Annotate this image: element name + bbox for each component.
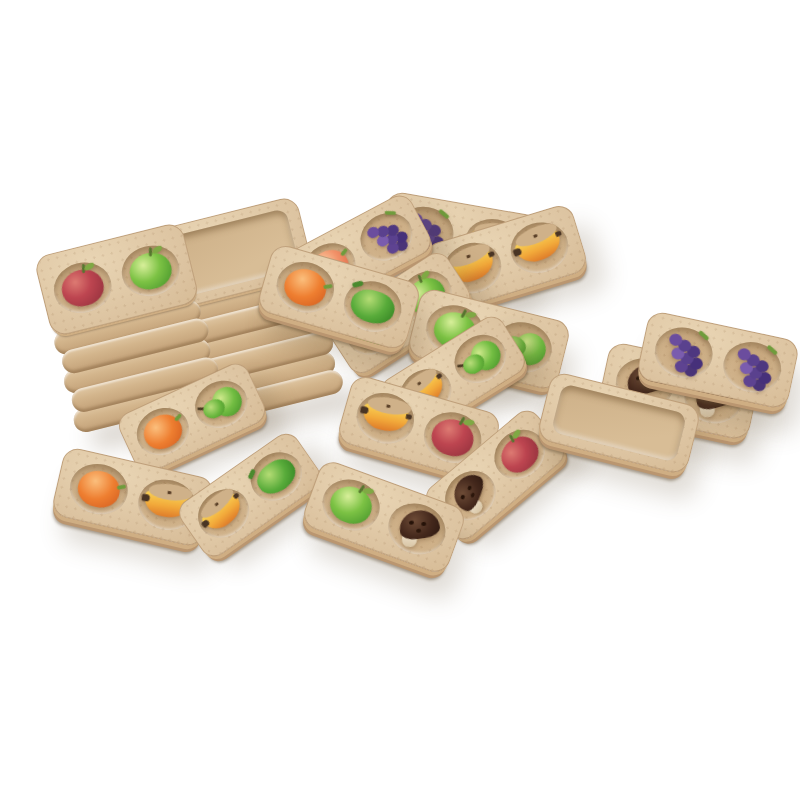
fruit-slot: [719, 337, 786, 398]
fruit-slot: [187, 372, 255, 436]
fruit-slot: [241, 442, 311, 510]
grapes-icon: [359, 211, 414, 263]
green-pear-icon: [453, 332, 508, 386]
fruit-slot: [504, 215, 574, 280]
fruit-slot: [129, 399, 197, 463]
red-apple-icon: [56, 263, 110, 313]
fruit-slot: [271, 255, 341, 319]
grapes-icon: [657, 328, 710, 377]
green-apple-icon: [323, 478, 380, 531]
orange-icon: [278, 262, 333, 313]
grapes-icon: [726, 343, 779, 392]
fruit-slot: [65, 458, 133, 520]
green-apple-icon: [123, 246, 177, 296]
banana-icon: [196, 486, 252, 540]
fruit-slot: [445, 325, 515, 392]
fruit-slot: [650, 322, 717, 383]
fruit-slot: [338, 275, 408, 339]
green-pear-icon: [194, 379, 248, 430]
fruit-slot: [116, 240, 184, 303]
mushroom-icon: [391, 506, 442, 552]
green-pepper-icon: [248, 449, 304, 503]
fruit-slot: [352, 204, 421, 270]
banana-icon: [512, 222, 568, 274]
fruit-slot: [381, 496, 453, 563]
fruit-slot: [315, 472, 387, 539]
red-apple-icon: [492, 427, 548, 482]
banana-icon: [358, 393, 413, 444]
green-pepper-icon: [345, 281, 400, 332]
fruit-slot: [49, 257, 117, 320]
orange-icon: [136, 406, 190, 457]
fruit-slot: [351, 386, 421, 450]
orange-icon: [72, 464, 126, 513]
table-surface: [0, 0, 800, 800]
